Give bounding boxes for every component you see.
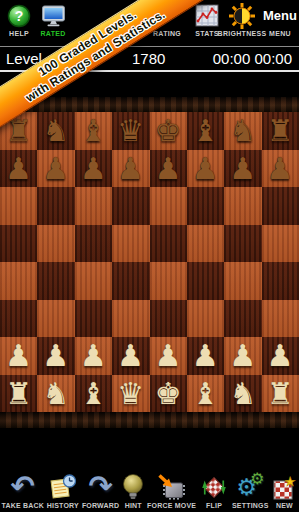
game-clocks: 00:00 00:00 bbox=[213, 47, 292, 70]
chip-arrow-icon bbox=[157, 469, 187, 501]
white-pawn: ♟ bbox=[150, 337, 187, 374]
square-f8[interactable]: ♝ bbox=[187, 112, 224, 150]
black-pawn: ♟ bbox=[0, 150, 37, 187]
white-pawn: ♟ bbox=[112, 337, 149, 374]
white-pawn: ♟ bbox=[75, 337, 112, 374]
black-pawn: ♟ bbox=[112, 150, 149, 187]
square-e3[interactable] bbox=[150, 300, 187, 338]
white-pawn: ♟ bbox=[262, 337, 299, 374]
black-pawn: ♟ bbox=[75, 150, 112, 187]
square-c6[interactable] bbox=[75, 187, 112, 225]
square-h7[interactable]: ♟ bbox=[262, 150, 299, 188]
notepad-clock-icon bbox=[49, 469, 77, 501]
square-f2[interactable]: ♟ bbox=[187, 337, 224, 375]
white-rook: ♜ bbox=[0, 375, 37, 412]
flip-button[interactable]: FLIP bbox=[199, 469, 229, 512]
square-a3[interactable] bbox=[0, 300, 37, 338]
menu-word: Menu bbox=[263, 3, 297, 28]
square-d8[interactable]: ♛ bbox=[112, 112, 149, 150]
black-knight: ♞ bbox=[37, 112, 74, 149]
square-b5[interactable] bbox=[37, 225, 74, 263]
forward-button[interactable]: ↷ FORWARD bbox=[82, 469, 119, 512]
square-d3[interactable] bbox=[112, 300, 149, 338]
white-bishop: ♝ bbox=[187, 375, 224, 412]
board-frame-bottom bbox=[0, 412, 299, 428]
square-d1[interactable]: ♛ bbox=[112, 375, 149, 413]
new-label: NEW bbox=[276, 502, 293, 509]
settings-button[interactable]: ⚙⚙ SETTINGS bbox=[232, 469, 269, 512]
menu-button[interactable]: Menu MENU bbox=[257, 3, 299, 37]
square-c8[interactable]: ♝ bbox=[75, 112, 112, 150]
square-e2[interactable]: ♟ bbox=[150, 337, 187, 375]
square-h8[interactable]: ♜ bbox=[262, 112, 299, 150]
chess-board: ♜♞♝♛♚♝♞♜♟♟♟♟♟♟♟♟♟♟♟♟♟♟♟♟♜♞♝♛♚♝♞♜ bbox=[0, 112, 299, 412]
square-b3[interactable] bbox=[37, 300, 74, 338]
black-pawn: ♟ bbox=[224, 150, 261, 187]
square-h2[interactable]: ♟ bbox=[262, 337, 299, 375]
square-c7[interactable]: ♟ bbox=[75, 150, 112, 188]
square-e6[interactable] bbox=[150, 187, 187, 225]
gears-icon: ⚙⚙ bbox=[236, 469, 264, 501]
chess-app-screen: ? HELP RATED RATING bbox=[0, 0, 299, 512]
svg-text:?: ? bbox=[15, 8, 24, 24]
line-chart-icon bbox=[195, 3, 219, 28]
square-e8[interactable]: ♚ bbox=[150, 112, 187, 150]
lightbulb-icon bbox=[122, 469, 144, 501]
force-move-label: FORCE MOVE bbox=[147, 502, 196, 509]
flip-board-icon bbox=[199, 469, 229, 501]
square-g3[interactable] bbox=[224, 300, 261, 338]
undo-arrow-icon: ↶ bbox=[11, 469, 35, 501]
square-b6[interactable] bbox=[37, 187, 74, 225]
svg-text:★: ★ bbox=[285, 474, 297, 489]
square-f4[interactable] bbox=[187, 262, 224, 300]
square-d6[interactable] bbox=[112, 187, 149, 225]
square-d5[interactable] bbox=[112, 225, 149, 263]
square-f7[interactable]: ♟ bbox=[187, 150, 224, 188]
monitor-icon bbox=[40, 3, 67, 28]
square-a7[interactable]: ♟ bbox=[0, 150, 37, 188]
history-button[interactable]: HISTORY bbox=[47, 469, 79, 512]
elo-rating-value: 1780 bbox=[132, 47, 165, 70]
white-pawn: ♟ bbox=[0, 337, 37, 374]
square-g1[interactable]: ♞ bbox=[224, 375, 261, 413]
white-knight: ♞ bbox=[37, 375, 74, 412]
square-f3[interactable] bbox=[187, 300, 224, 338]
black-bishop: ♝ bbox=[187, 112, 224, 149]
square-e7[interactable]: ♟ bbox=[150, 150, 187, 188]
redo-arrow-icon: ↷ bbox=[88, 469, 112, 501]
square-g4[interactable] bbox=[224, 262, 261, 300]
white-pawn: ♟ bbox=[187, 337, 224, 374]
settings-label: SETTINGS bbox=[232, 502, 269, 509]
black-bishop: ♝ bbox=[75, 112, 112, 149]
help-question-icon: ? bbox=[7, 3, 31, 28]
hint-button[interactable]: HINT bbox=[122, 469, 144, 512]
black-pawn: ♟ bbox=[37, 150, 74, 187]
black-king: ♚ bbox=[150, 112, 187, 149]
white-rook: ♜ bbox=[262, 375, 299, 412]
square-f1[interactable]: ♝ bbox=[187, 375, 224, 413]
black-knight: ♞ bbox=[224, 112, 261, 149]
help-label: HELP bbox=[9, 30, 29, 37]
square-e1[interactable]: ♚ bbox=[150, 375, 187, 413]
stats-label: STATS bbox=[195, 30, 218, 37]
rating-label: RATING bbox=[153, 30, 181, 37]
white-knight: ♞ bbox=[224, 375, 261, 412]
flip-label: FLIP bbox=[206, 502, 222, 509]
force-move-button[interactable]: FORCE MOVE bbox=[147, 469, 196, 512]
square-g2[interactable]: ♟ bbox=[224, 337, 261, 375]
square-h5[interactable] bbox=[262, 225, 299, 263]
rated-button[interactable]: RATED bbox=[30, 3, 76, 37]
take-back-label: TAKE BACK bbox=[1, 502, 44, 509]
square-a2[interactable]: ♟ bbox=[0, 337, 37, 375]
square-b2[interactable]: ♟ bbox=[37, 337, 74, 375]
bottom-toolbar: ↶ TAKE BACK HISTORY ↷ FORWARD bbox=[0, 455, 299, 512]
square-c5[interactable] bbox=[75, 225, 112, 263]
square-g8[interactable]: ♞ bbox=[224, 112, 261, 150]
sun-icon bbox=[229, 3, 255, 28]
square-a6[interactable] bbox=[0, 187, 37, 225]
black-rook: ♜ bbox=[262, 112, 299, 149]
square-e5[interactable] bbox=[150, 225, 187, 263]
square-g5[interactable] bbox=[224, 225, 261, 263]
square-d4[interactable] bbox=[112, 262, 149, 300]
square-d2[interactable]: ♟ bbox=[112, 337, 149, 375]
square-a4[interactable] bbox=[0, 262, 37, 300]
black-pawn: ♟ bbox=[150, 150, 187, 187]
forward-label: FORWARD bbox=[82, 502, 119, 509]
hint-label: HINT bbox=[125, 502, 142, 509]
square-c4[interactable] bbox=[75, 262, 112, 300]
square-c1[interactable]: ♝ bbox=[75, 375, 112, 413]
square-b8[interactable]: ♞ bbox=[37, 112, 74, 150]
square-f6[interactable] bbox=[187, 187, 224, 225]
square-c3[interactable] bbox=[75, 300, 112, 338]
white-pawn: ♟ bbox=[37, 337, 74, 374]
square-h4[interactable] bbox=[262, 262, 299, 300]
square-h3[interactable] bbox=[262, 300, 299, 338]
white-queen: ♛ bbox=[112, 375, 149, 412]
square-g7[interactable]: ♟ bbox=[224, 150, 261, 188]
square-d7[interactable]: ♟ bbox=[112, 150, 149, 188]
square-c2[interactable]: ♟ bbox=[75, 337, 112, 375]
black-queen: ♛ bbox=[112, 112, 149, 149]
square-b7[interactable]: ♟ bbox=[37, 150, 74, 188]
black-pawn: ♟ bbox=[262, 150, 299, 187]
take-back-button[interactable]: ↶ TAKE BACK bbox=[1, 469, 44, 512]
square-h1[interactable]: ♜ bbox=[262, 375, 299, 413]
white-bishop: ♝ bbox=[75, 375, 112, 412]
square-g6[interactable] bbox=[224, 187, 261, 225]
white-pawn: ♟ bbox=[224, 337, 261, 374]
square-b4[interactable] bbox=[37, 262, 74, 300]
square-e4[interactable] bbox=[150, 262, 187, 300]
square-h6[interactable] bbox=[262, 187, 299, 225]
white-king: ♚ bbox=[150, 375, 187, 412]
square-b1[interactable]: ♞ bbox=[37, 375, 74, 413]
new-game-button[interactable]: ★ NEW bbox=[271, 469, 297, 512]
rated-label: RATED bbox=[40, 30, 65, 37]
square-f5[interactable] bbox=[187, 225, 224, 263]
square-a1[interactable]: ♜ bbox=[0, 375, 37, 413]
menu-label: MENU bbox=[269, 30, 291, 37]
new-game-board-icon: ★ bbox=[271, 469, 297, 501]
history-label: HISTORY bbox=[47, 502, 79, 509]
square-a5[interactable] bbox=[0, 225, 37, 263]
black-pawn: ♟ bbox=[187, 150, 224, 187]
